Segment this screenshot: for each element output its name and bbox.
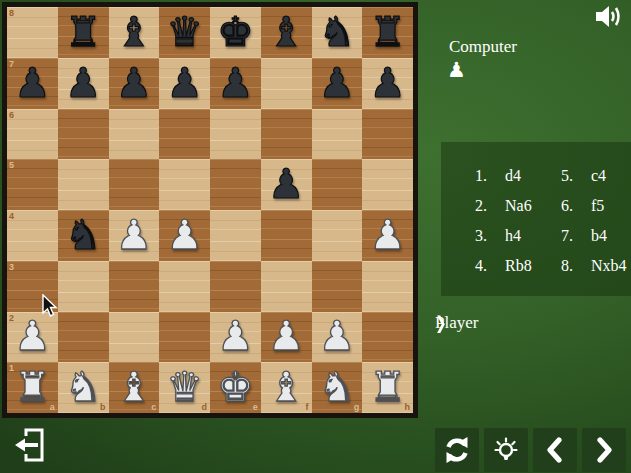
square-g2[interactable]: ♟ [312, 312, 363, 363]
square-g3[interactable] [312, 261, 363, 312]
black-bishop[interactable]: ♝ [261, 7, 312, 58]
next-move-icon [592, 437, 616, 463]
next-move-button[interactable] [582, 428, 626, 472]
square-h1[interactable]: h♜ [362, 362, 413, 413]
square-d2[interactable] [159, 312, 210, 363]
white-bishop[interactable]: ♝ [261, 362, 312, 413]
file-label-h: h [405, 402, 411, 412]
black-king[interactable]: ♚ [210, 7, 261, 58]
white-pawn[interactable]: ♟ [261, 312, 312, 363]
black-pawn[interactable]: ♟ [109, 58, 160, 109]
square-f3[interactable] [261, 261, 312, 312]
rank-label-4: 4 [9, 211, 14, 221]
square-c8[interactable]: ♝ [109, 7, 160, 58]
square-c7[interactable]: ♟ [109, 58, 160, 109]
restart-button[interactable] [435, 428, 479, 472]
move-number-7: 7. [561, 226, 591, 246]
black-rook[interactable]: ♜ [58, 7, 109, 58]
player-name-label: Player [435, 313, 478, 333]
chess-board: 8♜♝♛♚♝♞♜7♟♟♟♟♟♟♟65♟4♞♟♟♟32♟♟♟♟1a♜b♞c♝d♛e… [7, 7, 413, 413]
chess-app: { "game": "chess", "position": { "fen": … [0, 0, 631, 473]
move-number-3: 3. [475, 226, 505, 246]
previous-move-button[interactable] [533, 428, 577, 472]
square-a3[interactable]: 3 [7, 261, 58, 312]
square-g8[interactable]: ♞ [312, 7, 363, 58]
move-san-6: f5 [591, 196, 631, 216]
lightbulb-icon [490, 434, 522, 466]
move-number-2: 2. [475, 196, 505, 216]
previous-move-icon [543, 437, 567, 463]
square-d4[interactable]: ♟ [159, 210, 210, 261]
rank-label-3: 3 [9, 262, 14, 272]
rank-label-1: 1 [9, 363, 14, 373]
file-label-b: b [100, 402, 106, 412]
square-h2[interactable] [362, 312, 413, 363]
square-b3[interactable] [58, 261, 109, 312]
square-f6[interactable] [261, 109, 312, 160]
square-e6[interactable] [210, 109, 261, 160]
exit-button[interactable] [12, 426, 48, 467]
square-a4[interactable]: 4 [7, 210, 58, 261]
file-label-g: g [354, 402, 360, 412]
move-number-1: 1. [475, 166, 505, 186]
move-san-7: b4 [591, 226, 631, 246]
move-number-4: 4. [475, 256, 505, 276]
move-san-5: c4 [591, 166, 631, 186]
square-c4[interactable]: ♟ [109, 210, 160, 261]
square-b1[interactable]: b♞ [58, 362, 109, 413]
move-san-8: Nxb4 [591, 256, 631, 276]
square-a5[interactable]: 5 [7, 159, 58, 210]
square-g1[interactable]: g♞ [312, 362, 363, 413]
square-e7[interactable]: ♟ [210, 58, 261, 109]
file-label-d: d [202, 402, 208, 412]
square-b4[interactable]: ♞ [58, 210, 109, 261]
move-list: 1.d45.c42.Na66.f53.h47.b44.Rb88.Nxb4 [441, 142, 631, 276]
square-d8[interactable]: ♛ [159, 7, 210, 58]
file-label-a: a [50, 402, 55, 412]
white-pawn-icon: ♟ [447, 58, 466, 82]
square-g5[interactable] [312, 159, 363, 210]
square-d1[interactable]: d♛ [159, 362, 210, 413]
move-number-5: 5. [561, 166, 591, 186]
square-g7[interactable]: ♟ [312, 58, 363, 109]
hint-button[interactable] [484, 428, 528, 472]
square-e5[interactable] [210, 159, 261, 210]
square-h6[interactable] [362, 109, 413, 160]
black-pawn[interactable]: ♟ [7, 58, 58, 109]
square-a7[interactable]: 7♟ [7, 58, 58, 109]
black-rook[interactable]: ♜ [362, 7, 413, 58]
black-bishop[interactable]: ♝ [109, 7, 160, 58]
move-number-6: 6. [561, 196, 591, 216]
white-pawn[interactable]: ♟ [362, 210, 413, 261]
move-number-8: 8. [561, 256, 591, 276]
square-e8[interactable]: ♚ [210, 7, 261, 58]
move-san-3: h4 [505, 226, 561, 246]
black-pawn[interactable]: ♟ [58, 58, 109, 109]
square-h7[interactable]: ♟ [362, 58, 413, 109]
white-pawn[interactable]: ♟ [210, 312, 261, 363]
black-pawn[interactable]: ♟ [159, 58, 210, 109]
square-a1[interactable]: 1a♜ [7, 362, 58, 413]
white-pawn[interactable]: ♟ [7, 312, 58, 363]
square-c1[interactable]: c♝ [109, 362, 160, 413]
speaker-icon [594, 3, 625, 30]
black-knight[interactable]: ♞ [58, 210, 109, 261]
square-h4[interactable]: ♟ [362, 210, 413, 261]
square-c6[interactable] [109, 109, 160, 160]
square-h8[interactable]: ♜ [362, 7, 413, 58]
square-f4[interactable] [261, 210, 312, 261]
square-g6[interactable] [312, 109, 363, 160]
square-h3[interactable] [362, 261, 413, 312]
square-h5[interactable] [362, 159, 413, 210]
black-queen[interactable]: ♛ [159, 7, 210, 58]
file-label-c: c [151, 402, 156, 412]
square-c5[interactable] [109, 159, 160, 210]
square-e2[interactable]: ♟ [210, 312, 261, 363]
square-b2[interactable] [58, 312, 109, 363]
rank-label-6: 6 [9, 110, 14, 120]
move-list-panel: 1.d45.c42.Na66.f53.h47.b44.Rb88.Nxb4 [441, 142, 631, 296]
player-row[interactable]: ❯ Player [435, 315, 455, 331]
square-c2[interactable] [109, 312, 160, 363]
black-knight[interactable]: ♞ [312, 7, 363, 58]
move-san-1: d4 [505, 166, 561, 186]
restart-icon [442, 435, 472, 465]
computer-name-label: Computer [449, 37, 517, 57]
square-d5[interactable] [159, 159, 210, 210]
black-pawn[interactable]: ♟ [210, 58, 261, 109]
rank-label-7: 7 [9, 59, 14, 69]
square-f2[interactable]: ♟ [261, 312, 312, 363]
square-e1[interactable]: e♚ [210, 362, 261, 413]
square-e3[interactable] [210, 261, 261, 312]
square-f1[interactable]: f♝ [261, 362, 312, 413]
black-pawn[interactable]: ♟ [261, 159, 312, 210]
square-e4[interactable] [210, 210, 261, 261]
square-a6[interactable]: 6 [7, 109, 58, 160]
exit-icon [12, 426, 48, 464]
square-b6[interactable] [58, 109, 109, 160]
square-b8[interactable]: ♜ [58, 7, 109, 58]
square-b5[interactable] [58, 159, 109, 210]
rank-label-8: 8 [9, 8, 14, 18]
square-f5[interactable]: ♟ [261, 159, 312, 210]
square-d6[interactable] [159, 109, 210, 160]
black-pawn[interactable]: ♟ [312, 58, 363, 109]
square-b7[interactable]: ♟ [58, 58, 109, 109]
file-label-f: f [306, 402, 309, 412]
square-g4[interactable] [312, 210, 363, 261]
rank-label-2: 2 [9, 313, 14, 323]
white-pawn[interactable]: ♟ [159, 210, 210, 261]
sound-button[interactable] [594, 3, 625, 33]
move-san-2: Na6 [505, 196, 561, 216]
move-san-4: Rb8 [505, 256, 561, 276]
square-a8[interactable]: 8 [7, 7, 58, 58]
square-f8[interactable]: ♝ [261, 7, 312, 58]
file-label-e: e [253, 402, 258, 412]
square-a2[interactable]: 2♟ [7, 312, 58, 363]
square-d3[interactable] [159, 261, 210, 312]
white-pawn[interactable]: ♟ [109, 210, 160, 261]
square-c3[interactable] [109, 261, 160, 312]
black-pawn[interactable]: ♟ [362, 58, 413, 109]
square-d7[interactable]: ♟ [159, 58, 210, 109]
square-f7[interactable] [261, 58, 312, 109]
chess-board-frame: 8♜♝♛♚♝♞♜7♟♟♟♟♟♟♟65♟4♞♟♟♟32♟♟♟♟1a♜b♞c♝d♛e… [2, 2, 418, 418]
white-pawn[interactable]: ♟ [312, 312, 363, 363]
rank-label-5: 5 [9, 160, 14, 170]
